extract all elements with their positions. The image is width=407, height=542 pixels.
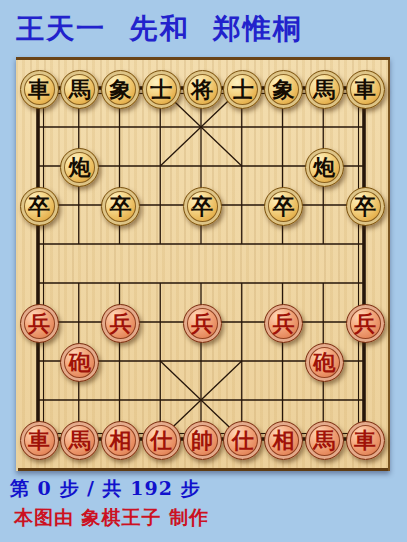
piece-black-chariot[interactable]: 車 xyxy=(346,70,385,109)
piece-black-advisor[interactable]: 士 xyxy=(223,70,262,109)
xiangqi-board[interactable]: 車馬象士将士象馬車炮炮卒卒卒卒卒兵兵兵兵兵砲砲車馬相仕帥仕相馬車 xyxy=(16,57,390,471)
piece-red-general[interactable]: 帥 xyxy=(183,421,222,460)
piece-red-elephant[interactable]: 相 xyxy=(101,421,140,460)
piece-black-soldier[interactable]: 卒 xyxy=(183,187,222,226)
piece-red-cannon[interactable]: 砲 xyxy=(60,343,99,382)
piece-black-soldier[interactable]: 卒 xyxy=(101,187,140,226)
page-title: 王天一 先和 郑惟桐 xyxy=(16,10,396,48)
piece-red-soldier[interactable]: 兵 xyxy=(101,304,140,343)
piece-red-advisor[interactable]: 仕 xyxy=(223,421,262,460)
piece-black-cannon[interactable]: 炮 xyxy=(60,148,99,187)
piece-black-horse[interactable]: 馬 xyxy=(60,70,99,109)
piece-red-soldier[interactable]: 兵 xyxy=(20,304,59,343)
piece-black-soldier[interactable]: 卒 xyxy=(346,187,385,226)
piece-red-soldier[interactable]: 兵 xyxy=(264,304,303,343)
piece-black-soldier[interactable]: 卒 xyxy=(20,187,59,226)
piece-red-chariot[interactable]: 車 xyxy=(346,421,385,460)
piece-red-cannon[interactable]: 砲 xyxy=(305,343,344,382)
move-counter: 第 0 步 / 共 192 步 xyxy=(10,476,201,502)
piece-black-elephant[interactable]: 象 xyxy=(101,70,140,109)
credit-text: 本图由 象棋王子 制作 xyxy=(14,505,209,531)
piece-black-general[interactable]: 将 xyxy=(183,70,222,109)
piece-red-soldier[interactable]: 兵 xyxy=(183,304,222,343)
piece-red-advisor[interactable]: 仕 xyxy=(142,421,181,460)
piece-black-soldier[interactable]: 卒 xyxy=(264,187,303,226)
piece-red-soldier[interactable]: 兵 xyxy=(346,304,385,343)
piece-black-cannon[interactable]: 炮 xyxy=(305,148,344,187)
piece-red-chariot[interactable]: 車 xyxy=(20,421,59,460)
piece-red-horse[interactable]: 馬 xyxy=(305,421,344,460)
piece-black-chariot[interactable]: 車 xyxy=(20,70,59,109)
piece-red-elephant[interactable]: 相 xyxy=(264,421,303,460)
piece-black-elephant[interactable]: 象 xyxy=(264,70,303,109)
piece-red-horse[interactable]: 馬 xyxy=(60,421,99,460)
piece-black-advisor[interactable]: 士 xyxy=(142,70,181,109)
board-grid xyxy=(16,57,390,471)
piece-black-horse[interactable]: 馬 xyxy=(305,70,344,109)
